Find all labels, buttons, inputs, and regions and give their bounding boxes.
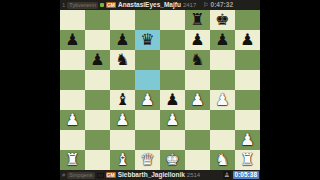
piece-bK-g8: ♚ [210,10,235,30]
top-player-clock: 0:47:32 [211,0,233,10]
bottom-player-name[interactable]: Siebbarth_Jagiellonik [118,170,185,180]
square-b3[interactable] [85,110,110,130]
piece-wP-e3: ♟ [160,110,185,130]
piece-wP-g4: ♟ [210,90,235,110]
square-b1[interactable] [85,150,110,170]
square-a1[interactable]: ♜ [60,150,85,170]
square-e3[interactable]: ♟ [160,110,185,130]
bottom-player-rating: 2514 [187,170,200,180]
square-h1[interactable]: ♜ [235,150,260,170]
video-frame: 1 Tykvenenn GM AnastasiEyes_Majfu 2417 ⚐… [0,0,320,180]
piece-bP-e4: ♟ [160,90,185,110]
piece-bQ-d7: ♛ [135,30,160,50]
captured-pawn-icon: ♙ [223,171,231,179]
square-d5[interactable] [135,70,160,90]
piece-wR-h1: ♜ [235,150,260,170]
square-h5[interactable] [235,70,260,90]
square-a8[interactable] [60,10,85,30]
square-c5[interactable] [110,70,135,90]
square-h2[interactable]: ♟ [235,130,260,150]
square-g7[interactable]: ♟ [210,30,235,50]
square-a4[interactable] [60,90,85,110]
piece-bP-h7: ♟ [235,30,260,50]
square-g4[interactable]: ♟ [210,90,235,110]
square-e2[interactable] [160,130,185,150]
square-e6[interactable] [160,50,185,70]
square-c4[interactable]: ♝ [110,90,135,110]
piece-wP-h2: ♟ [235,130,260,150]
piece-bN-f6: ♞ [185,50,210,70]
square-d6[interactable] [135,50,160,70]
square-f6[interactable]: ♞ [185,50,210,70]
top-title-badge: GM [106,2,116,8]
square-h3[interactable] [235,110,260,130]
bottom-title-badge: GM [106,172,116,178]
square-e8[interactable] [160,10,185,30]
square-b7[interactable] [85,30,110,50]
game-panel: 1 Tykvenenn GM AnastasiEyes_Majfu 2417 ⚐… [60,0,260,180]
square-b5[interactable] [85,70,110,90]
piece-wP-f4: ♟ [185,90,210,110]
piece-wN-g1: ♞ [210,150,235,170]
square-f4[interactable]: ♟ [185,90,210,110]
square-g2[interactable] [210,130,235,150]
piece-wR-a1: ♜ [60,150,85,170]
top-player-bar: 1 Tykvenenn GM AnastasiEyes_Majfu 2417 ⚐… [60,0,260,10]
square-g3[interactable] [210,110,235,130]
square-d2[interactable] [135,130,160,150]
square-g5[interactable] [210,70,235,90]
square-b2[interactable] [85,130,110,150]
piece-bR-f8: ♜ [185,10,210,30]
square-d7[interactable]: ♛ [135,30,160,50]
square-d4[interactable]: ♟ [135,90,160,110]
square-a3[interactable]: ♟ [60,110,85,130]
square-h4[interactable] [235,90,260,110]
square-c7[interactable]: ♟ [110,30,135,50]
piece-bP-f7: ♟ [185,30,210,50]
piece-bP-c7: ♟ [110,30,135,50]
square-f3[interactable] [185,110,210,130]
poland-flag-icon [97,173,104,178]
square-g6[interactable] [210,50,235,70]
square-f2[interactable] [185,130,210,150]
square-c3[interactable]: ♟ [110,110,135,130]
square-c8[interactable] [110,10,135,30]
online-indicator-icon [100,3,104,7]
square-c6[interactable]: ♞ [110,50,135,70]
square-c2[interactable] [110,130,135,150]
square-e7[interactable] [160,30,185,50]
chess-board: ♜♚♟♟♛♟♟♟♟♞♞♝♟♟♟♟♟♟♟♟♜♝♛♚♞♜ [60,10,260,170]
square-h8[interactable] [235,10,260,30]
bottom-tag-pill: Smpqens [67,172,94,179]
square-f8[interactable]: ♜ [185,10,210,30]
bottom-player-bar: # Smpqens GM Siebbarth_Jagiellonik 2514 … [60,170,260,180]
square-h6[interactable] [235,50,260,70]
square-e5[interactable] [160,70,185,90]
piece-wB-c1: ♝ [110,150,135,170]
square-e4[interactable]: ♟ [160,90,185,110]
piece-bP-a7: ♟ [60,30,85,50]
top-player-rating: 2417 [183,0,196,10]
square-a5[interactable] [60,70,85,90]
top-index: 1 [60,0,65,10]
square-d3[interactable] [135,110,160,130]
piece-bN-c6: ♞ [110,50,135,70]
square-f1[interactable] [185,150,210,170]
square-b8[interactable] [85,10,110,30]
square-f5[interactable] [185,70,210,90]
square-f7[interactable]: ♟ [185,30,210,50]
square-a7[interactable]: ♟ [60,30,85,50]
top-player-name[interactable]: AnastasiEyes_Majfu [118,0,181,10]
square-e1[interactable]: ♚ [160,150,185,170]
bottom-player-clock: 0:05:38 [233,171,259,179]
square-a2[interactable] [60,130,85,150]
piece-bP-b6: ♟ [85,50,110,70]
piece-wP-c3: ♟ [110,110,135,130]
square-c1[interactable]: ♝ [110,150,135,170]
piece-bP-g7: ♟ [210,30,235,50]
square-b4[interactable] [85,90,110,110]
flag-icon: ⚐ [203,0,208,10]
top-tag-pill: Tykvenenn [67,2,98,9]
piece-wP-a3: ♟ [60,110,85,130]
square-h7[interactable]: ♟ [235,30,260,50]
piece-wQ-d1: ♛ [135,150,160,170]
square-d8[interactable] [135,10,160,30]
square-g1[interactable]: ♞ [210,150,235,170]
piece-wP-d4: ♟ [135,90,160,110]
square-g8[interactable]: ♚ [210,10,235,30]
piece-bB-c4: ♝ [110,90,135,110]
square-b6[interactable]: ♟ [85,50,110,70]
square-d1[interactable]: ♛ [135,150,160,170]
bottom-index: # [60,170,65,180]
square-a6[interactable] [60,50,85,70]
piece-wK-e1: ♚ [160,150,185,170]
